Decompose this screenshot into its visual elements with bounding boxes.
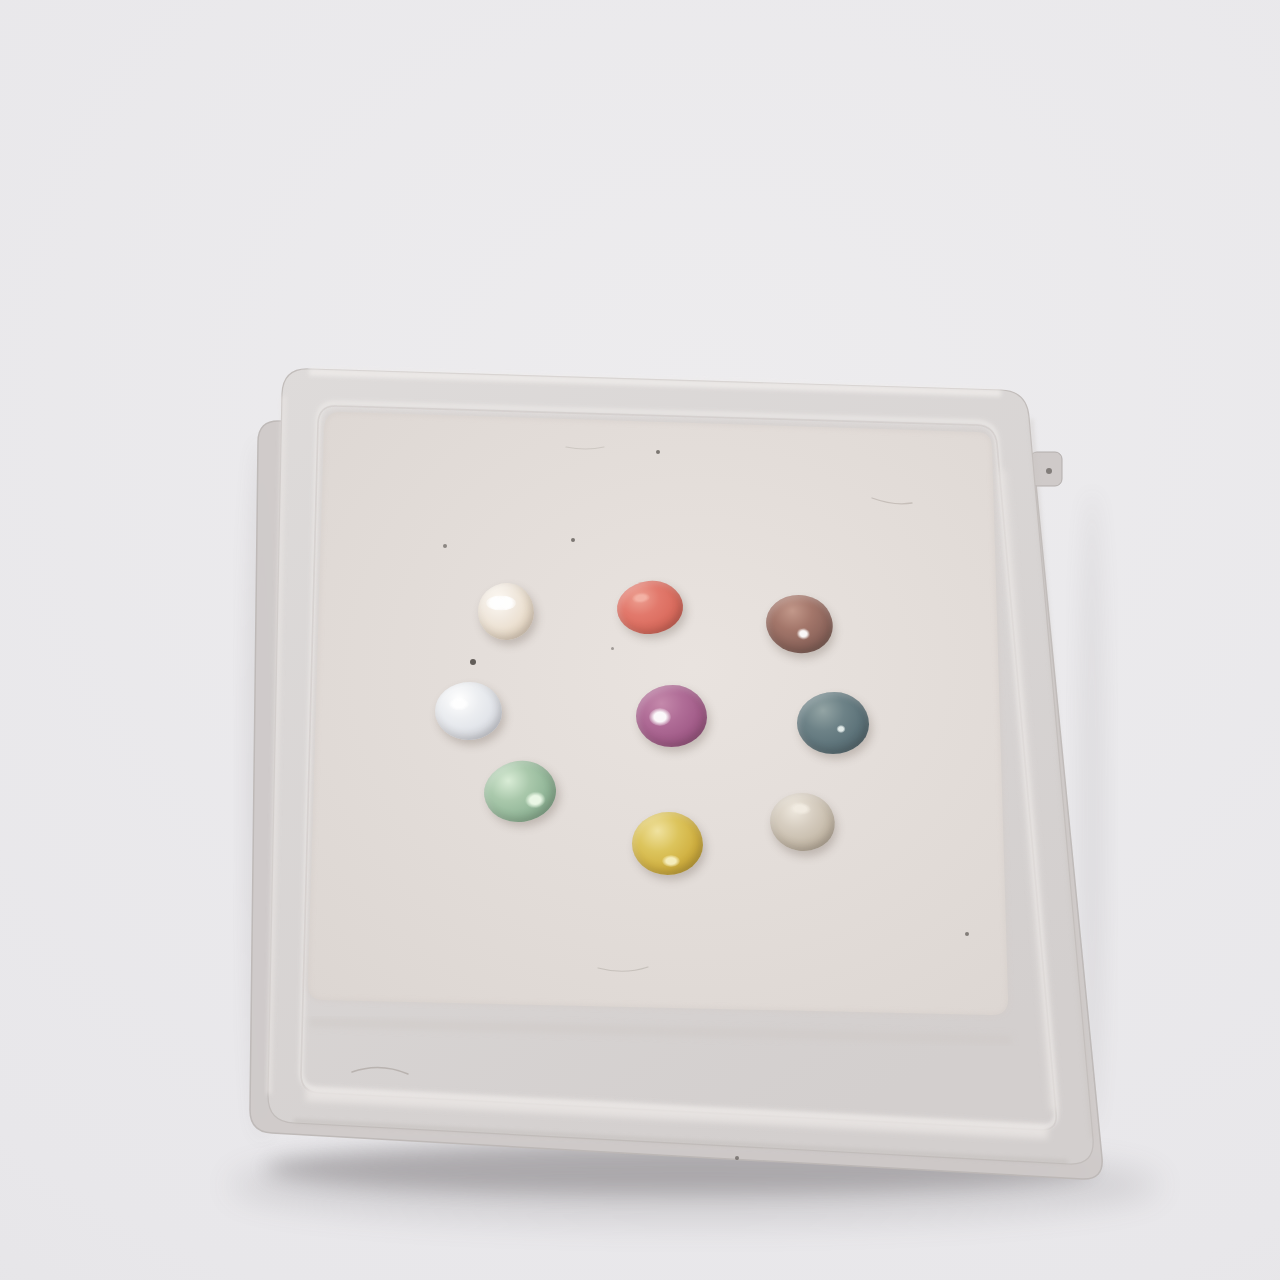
gem-blue-sapphire <box>797 692 869 754</box>
gem-white-zircon <box>435 682 502 740</box>
glint-highlight <box>796 628 811 641</box>
grid-cell-r2c2 <box>726 775 879 885</box>
photo-backdrop <box>0 0 1280 1280</box>
gem-pearl <box>478 583 534 640</box>
grid-cell-r1c2 <box>726 665 879 775</box>
grid-cell-r0c1 <box>573 555 726 665</box>
grid-cell-r1c1 <box>573 665 726 775</box>
glint-highlight <box>662 855 680 867</box>
gem-pink-ruby <box>636 685 707 747</box>
gem-hessonite <box>761 590 837 659</box>
gem-red-coral <box>614 577 685 637</box>
glint-highlight <box>523 790 545 809</box>
glint-highlight <box>631 591 650 603</box>
grid-cell-r1c0 <box>420 665 573 775</box>
grid-cell-r0c0 <box>420 555 573 665</box>
glint-highlight <box>790 802 811 817</box>
gem-cats-eye <box>766 789 838 855</box>
glint-highlight <box>449 698 469 711</box>
grid-cell-r2c1 <box>573 775 726 885</box>
grid-cell-r0c2 <box>726 555 879 665</box>
glint-highlight <box>486 596 516 611</box>
gem-yellow-sapphire <box>632 812 703 875</box>
glint-highlight <box>649 708 671 726</box>
gem-grid <box>420 555 879 885</box>
glint-highlight <box>837 725 846 733</box>
grid-cell-r2c0 <box>420 775 573 885</box>
